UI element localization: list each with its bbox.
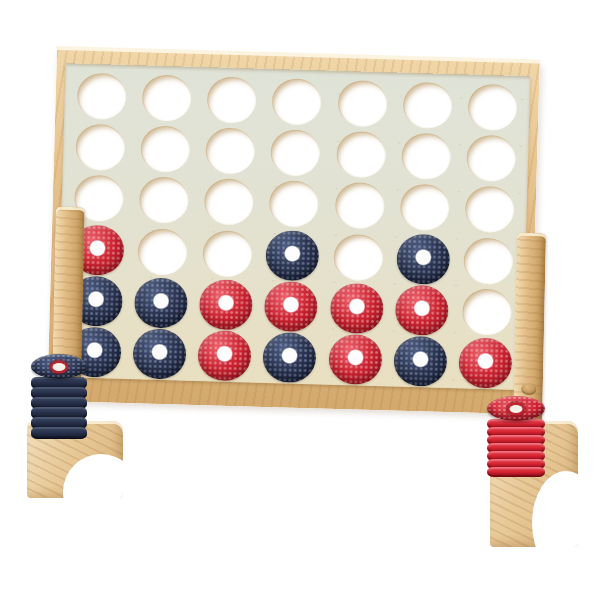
hole (337, 80, 387, 127)
hole (462, 288, 512, 335)
navy-disc (132, 329, 186, 380)
cell-r5c2[interactable] (128, 276, 195, 329)
hole (76, 72, 126, 119)
cell-r2c4[interactable] (262, 126, 329, 179)
hole (468, 83, 518, 130)
red-stacked-disc-edge (487, 467, 545, 477)
cell-r4c4[interactable] (259, 229, 326, 282)
navy-disc (263, 332, 317, 383)
red-disc (459, 338, 513, 389)
hole (401, 133, 451, 180)
cell-r4c3[interactable] (194, 227, 261, 280)
cell-r1c5[interactable] (329, 77, 396, 130)
cell-r1c3[interactable] (199, 73, 266, 126)
navy-disc (393, 336, 447, 387)
hole (272, 78, 322, 125)
hole (207, 76, 257, 123)
hole (271, 129, 321, 176)
cell-r6c5[interactable] (322, 333, 389, 386)
cell-r3c7[interactable] (457, 183, 524, 236)
cell-r6c2[interactable] (126, 328, 193, 381)
cell-r5c5[interactable] (323, 282, 390, 335)
hole (400, 184, 450, 231)
giant-connect-four-product-photo (0, 0, 600, 600)
cell-r6c3[interactable] (191, 330, 258, 383)
navy-disc (134, 277, 188, 328)
disc-centre-label (510, 405, 523, 413)
cell-r1c6[interactable] (394, 78, 461, 131)
game-board-frame (47, 49, 540, 414)
cell-r6c6[interactable] (387, 335, 454, 388)
cell-r2c3[interactable] (197, 124, 264, 177)
right-foot-arch-cutout (532, 471, 578, 547)
hole (139, 177, 189, 224)
cell-r3c4[interactable] (261, 177, 328, 230)
navy-disc (396, 233, 450, 284)
hole (137, 228, 187, 275)
red-disc (395, 285, 449, 336)
cell-r3c5[interactable] (326, 179, 393, 232)
hole (334, 182, 384, 229)
cell-r4c5[interactable] (325, 231, 392, 284)
cell-r2c7[interactable] (458, 132, 525, 185)
red-disc (198, 330, 252, 381)
hole (75, 124, 125, 171)
cell-r1c1[interactable] (68, 69, 135, 122)
cell-r1c7[interactable] (460, 80, 527, 133)
hole (336, 131, 386, 178)
cell-r3c6[interactable] (391, 181, 458, 234)
hole (140, 125, 190, 172)
navy-stacked-disc-edge (31, 427, 87, 439)
disc-centre-label (53, 363, 66, 371)
cell-r2c2[interactable] (132, 122, 199, 175)
cell-r2c1[interactable] (67, 121, 134, 174)
hole (465, 186, 515, 233)
cell-r3c2[interactable] (130, 174, 197, 227)
hole (269, 180, 319, 227)
hole (466, 134, 516, 181)
hole (463, 237, 513, 284)
navy-stack-top-disc (31, 354, 87, 379)
board-face-panel (57, 63, 531, 390)
cell-r5c3[interactable] (193, 278, 260, 331)
cell-r2c5[interactable] (328, 128, 395, 181)
hole (403, 81, 453, 128)
cell-r4c7[interactable] (455, 234, 522, 287)
hole (141, 74, 191, 121)
cell-r5c7[interactable] (454, 286, 521, 339)
red-disc (264, 281, 318, 332)
cell-r2c6[interactable] (393, 130, 460, 183)
cell-r3c3[interactable] (196, 176, 263, 229)
board-grid (57, 63, 531, 390)
hole (204, 178, 254, 225)
cell-r5c4[interactable] (258, 280, 325, 333)
red-stack-top-disc (487, 396, 545, 421)
cell-r4c2[interactable] (129, 225, 196, 278)
red-disc-stack[interactable] (487, 396, 545, 477)
hole (202, 230, 252, 277)
cell-r1c4[interactable] (264, 75, 331, 128)
navy-disc (266, 230, 320, 281)
red-disc (328, 334, 382, 385)
cell-r1c2[interactable] (133, 71, 200, 124)
cell-r6c7[interactable] (452, 337, 519, 390)
red-disc (329, 283, 383, 334)
navy-disc-stack[interactable] (31, 354, 87, 439)
hole (333, 233, 383, 280)
left-foot-arch-cutout (63, 454, 123, 498)
hole (205, 127, 255, 174)
cell-r6c4[interactable] (257, 331, 324, 384)
right-post-dowel (521, 383, 536, 395)
cell-r5c6[interactable] (389, 284, 456, 337)
cell-r4c6[interactable] (390, 232, 457, 285)
red-disc (199, 279, 253, 330)
